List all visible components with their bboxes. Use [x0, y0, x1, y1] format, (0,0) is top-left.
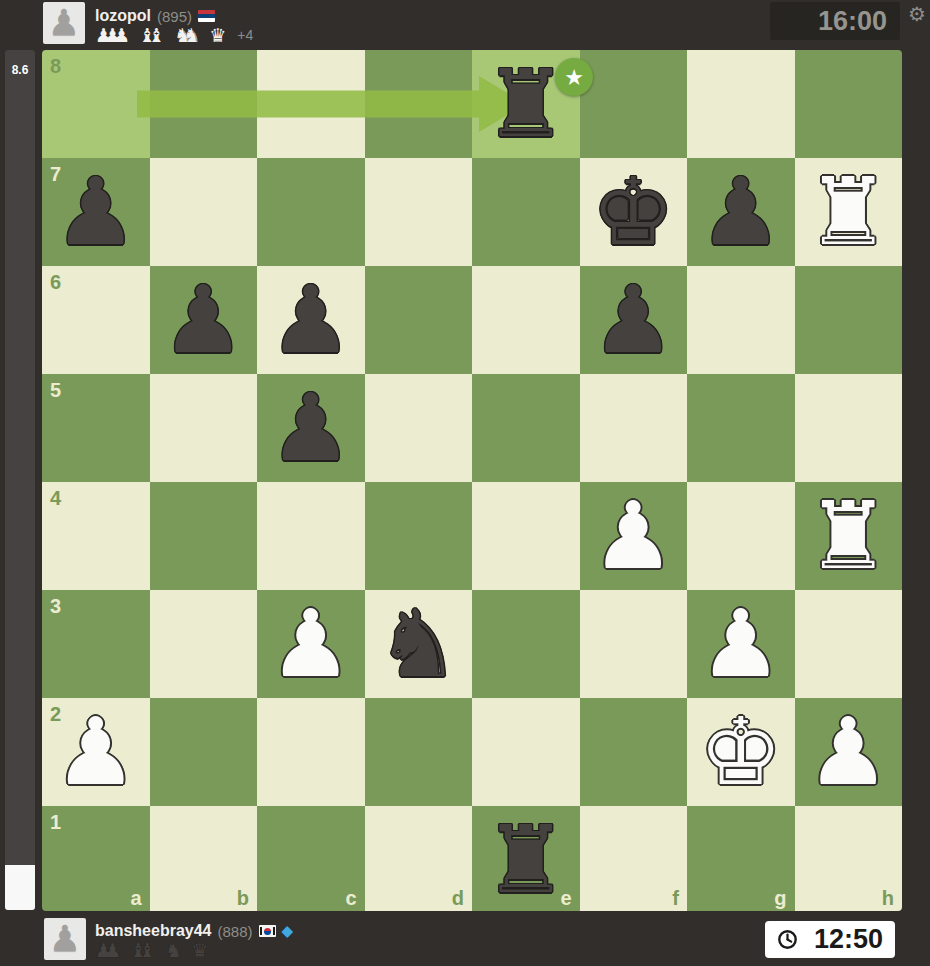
- rank-label-8: 8: [50, 55, 61, 78]
- white-pawn-f4[interactable]: ♟: [580, 482, 688, 590]
- bottom-captured-pieces: ♟♟♝♝♞♛: [95, 940, 208, 960]
- square-a5[interactable]: 5: [42, 374, 150, 482]
- square-g2[interactable]: ♚: [687, 698, 795, 806]
- black-pawn-b6[interactable]: ♟: [150, 266, 258, 374]
- file-label-f: f: [672, 887, 679, 910]
- square-f8[interactable]: [580, 50, 688, 158]
- square-c7[interactable]: [257, 158, 365, 266]
- material-advantage: +4: [235, 26, 253, 45]
- square-a3[interactable]: 3: [42, 590, 150, 698]
- white-pawn-g3[interactable]: ♟: [687, 590, 795, 698]
- bottom-player-rating: (888): [218, 923, 253, 940]
- board[interactable]: 8♜7♟♚♟♜6♟♟♟5♟4♟♜3♟♞♟2♟♚♟1abcde♜fgh: [42, 50, 902, 911]
- black-king-f7[interactable]: ♚: [580, 158, 688, 266]
- white-pawn-a2[interactable]: ♟: [42, 698, 150, 806]
- square-b2[interactable]: [150, 698, 258, 806]
- square-a4[interactable]: 4: [42, 482, 150, 590]
- square-h5[interactable]: [795, 374, 903, 482]
- square-f2[interactable]: [580, 698, 688, 806]
- square-e7[interactable]: [472, 158, 580, 266]
- square-h8[interactable]: [795, 50, 903, 158]
- square-h3[interactable]: [795, 590, 903, 698]
- white-pawn-c3[interactable]: ♟: [257, 590, 365, 698]
- square-h1[interactable]: h: [795, 806, 903, 911]
- black-pawn-f6[interactable]: ♟: [580, 266, 688, 374]
- bottom-player-clock: 12:50: [765, 921, 895, 958]
- captured-knights-icon: ♞: [165, 941, 182, 960]
- bottom-player-name-row: bansheebray44 (888) ◆: [95, 921, 293, 941]
- captured-pawns-icon: ♟♟♟: [95, 26, 130, 45]
- square-b3[interactable]: [150, 590, 258, 698]
- square-c4[interactable]: [257, 482, 365, 590]
- square-c3[interactable]: ♟: [257, 590, 365, 698]
- black-pawn-a7[interactable]: ♟: [42, 158, 150, 266]
- square-c6[interactable]: ♟: [257, 266, 365, 374]
- black-knight-d3[interactable]: ♞: [365, 590, 473, 698]
- top-player-avatar[interactable]: ♟: [43, 2, 85, 44]
- gear-icon[interactable]: ⚙: [905, 2, 929, 26]
- black-pawn-c6[interactable]: ♟: [257, 266, 365, 374]
- rank-label-3: 3: [50, 595, 61, 618]
- top-captured-pieces: ♟♟♟♝♝♞♞♛+4: [95, 25, 253, 45]
- white-king-g2[interactable]: ♚: [687, 698, 795, 806]
- square-f7[interactable]: ♚: [580, 158, 688, 266]
- square-b5[interactable]: [150, 374, 258, 482]
- square-h7[interactable]: ♜: [795, 158, 903, 266]
- file-label-h: h: [882, 887, 894, 910]
- square-a6[interactable]: 6: [42, 266, 150, 374]
- square-d5[interactable]: [365, 374, 473, 482]
- rank-label-4: 4: [50, 487, 61, 510]
- file-label-c: c: [345, 887, 356, 910]
- clock-icon: [777, 929, 798, 950]
- square-b7[interactable]: [150, 158, 258, 266]
- top-clock-time: 16:00: [818, 6, 887, 37]
- serbia-flag: [198, 10, 215, 22]
- square-a8[interactable]: 8: [42, 50, 150, 158]
- captured-bishops-icon: ♝♝: [130, 941, 156, 960]
- square-f4[interactable]: ♟: [580, 482, 688, 590]
- square-h6[interactable]: [795, 266, 903, 374]
- square-e5[interactable]: [472, 374, 580, 482]
- square-c5[interactable]: ♟: [257, 374, 365, 482]
- square-f1[interactable]: f: [580, 806, 688, 911]
- square-d7[interactable]: [365, 158, 473, 266]
- square-g3[interactable]: ♟: [687, 590, 795, 698]
- square-c2[interactable]: [257, 698, 365, 806]
- square-a7[interactable]: 7♟: [42, 158, 150, 266]
- square-f3[interactable]: [580, 590, 688, 698]
- square-g4[interactable]: [687, 482, 795, 590]
- top-player-clock: 16:00: [770, 2, 900, 40]
- evaluation-score: 8.6: [5, 63, 35, 77]
- evaluation-bar: 8.6: [5, 50, 35, 910]
- white-pawn-h2[interactable]: ♟: [795, 698, 903, 806]
- square-h4[interactable]: ♜: [795, 482, 903, 590]
- evaluation-bar-white-segment: [5, 865, 35, 910]
- captured-bishops-icon: ♝♝: [139, 26, 165, 45]
- square-f5[interactable]: [580, 374, 688, 482]
- star-icon: ★: [564, 65, 584, 90]
- square-b4[interactable]: [150, 482, 258, 590]
- square-d2[interactable]: [365, 698, 473, 806]
- top-player-rating: (895): [157, 8, 192, 25]
- square-d8[interactable]: [365, 50, 473, 158]
- file-label-a: a: [130, 887, 141, 910]
- square-e2[interactable]: [472, 698, 580, 806]
- square-e6[interactable]: [472, 266, 580, 374]
- bottom-player-avatar[interactable]: ♟: [44, 918, 86, 960]
- file-label-b: b: [237, 887, 249, 910]
- square-g7[interactable]: ♟: [687, 158, 795, 266]
- bottom-clock-time: 12:50: [814, 924, 883, 955]
- square-h2[interactable]: ♟: [795, 698, 903, 806]
- captured-queens-icon: ♛: [191, 941, 208, 960]
- square-g6[interactable]: [687, 266, 795, 374]
- square-d3[interactable]: ♞: [365, 590, 473, 698]
- diamond-icon[interactable]: ◆: [282, 924, 294, 938]
- bottom-player-name[interactable]: bansheebray44: [95, 922, 212, 940]
- square-f6[interactable]: ♟: [580, 266, 688, 374]
- file-label-g: g: [774, 887, 786, 910]
- black-pawn-c5[interactable]: ♟: [257, 374, 365, 482]
- file-label-d: d: [452, 887, 464, 910]
- square-d1[interactable]: d: [365, 806, 473, 911]
- captured-pawns-icon: ♟♟: [95, 941, 121, 960]
- rank-label-1: 1: [50, 811, 61, 834]
- square-c1[interactable]: c: [257, 806, 365, 911]
- square-g5[interactable]: [687, 374, 795, 482]
- avatar-pawn-icon: ♟: [48, 2, 80, 44]
- white-rook-h4[interactable]: ♜: [795, 482, 903, 590]
- square-d4[interactable]: [365, 482, 473, 590]
- square-b8[interactable]: [150, 50, 258, 158]
- square-c8[interactable]: [257, 50, 365, 158]
- rank-label-5: 5: [50, 379, 61, 402]
- square-e4[interactable]: [472, 482, 580, 590]
- south-korea-flag: [259, 925, 276, 937]
- black-pawn-g7[interactable]: ♟: [687, 158, 795, 266]
- square-a2[interactable]: 2♟: [42, 698, 150, 806]
- square-e1[interactable]: e♜: [472, 806, 580, 911]
- captured-queens-icon: ♛: [209, 26, 226, 45]
- square-b1[interactable]: b: [150, 806, 258, 911]
- captured-knights-icon: ♞♞: [174, 26, 200, 45]
- top-player-name[interactable]: lozopol: [95, 7, 151, 25]
- white-rook-h7[interactable]: ♜: [795, 158, 903, 266]
- square-g8[interactable]: [687, 50, 795, 158]
- square-b6[interactable]: ♟: [150, 266, 258, 374]
- square-d6[interactable]: [365, 266, 473, 374]
- square-a1[interactable]: 1a: [42, 806, 150, 911]
- avatar-pawn-icon: ♟: [49, 918, 81, 960]
- square-g1[interactable]: g: [687, 806, 795, 911]
- best-move-star-badge: ★: [555, 58, 593, 96]
- square-e3[interactable]: [472, 590, 580, 698]
- rank-label-6: 6: [50, 271, 61, 294]
- black-rook-e1[interactable]: ♜: [472, 806, 580, 911]
- top-player-name-row: lozopol (895): [95, 6, 215, 26]
